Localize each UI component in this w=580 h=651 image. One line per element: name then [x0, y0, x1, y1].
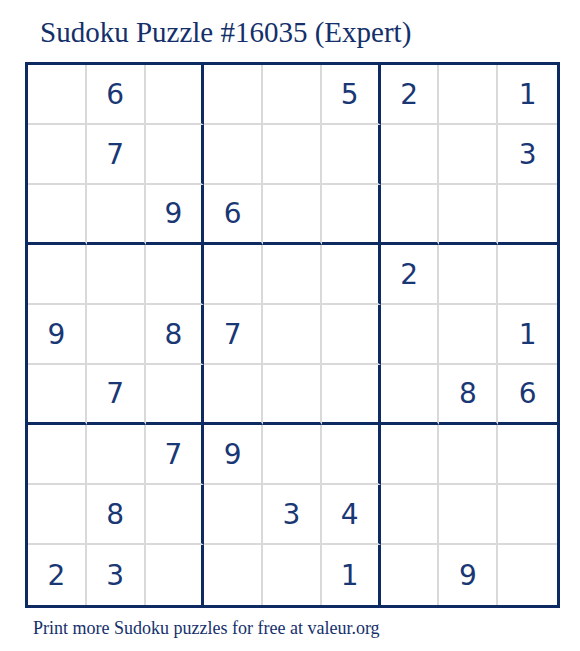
sudoku-cell-r8c9[interactable] — [498, 485, 557, 545]
sudoku-cell-r5c4[interactable]: 7 — [204, 305, 263, 365]
sudoku-cell-r1c3[interactable] — [146, 65, 205, 125]
sudoku-cell-r9c9[interactable] — [498, 545, 557, 605]
sudoku-cell-r9c3[interactable] — [146, 545, 205, 605]
sudoku-cell-r7c8[interactable] — [439, 425, 498, 485]
sudoku-cell-r6c2[interactable]: 7 — [87, 365, 146, 425]
sudoku-cell-r7c9[interactable] — [498, 425, 557, 485]
sudoku-cell-r7c5[interactable] — [263, 425, 322, 485]
sudoku-cell-r9c5[interactable] — [263, 545, 322, 605]
sudoku-cell-r4c9[interactable] — [498, 245, 557, 305]
sudoku-cell-r3c8[interactable] — [439, 185, 498, 245]
sudoku-cell-r9c6[interactable]: 1 — [322, 545, 381, 605]
sudoku-cell-r6c6[interactable] — [322, 365, 381, 425]
sudoku-cell-r8c8[interactable] — [439, 485, 498, 545]
sudoku-cell-r4c7[interactable]: 2 — [381, 245, 440, 305]
sudoku-cell-r6c7[interactable] — [381, 365, 440, 425]
sudoku-board: 6521739629871786798342319 — [25, 62, 560, 608]
sudoku-cell-r8c7[interactable] — [381, 485, 440, 545]
sudoku-cell-r4c6[interactable] — [322, 245, 381, 305]
sudoku-cell-r5c8[interactable] — [439, 305, 498, 365]
sudoku-cell-r5c2[interactable] — [87, 305, 146, 365]
sudoku-cell-r1c2[interactable]: 6 — [87, 65, 146, 125]
sudoku-cell-r8c3[interactable] — [146, 485, 205, 545]
sudoku-cell-r3c7[interactable] — [381, 185, 440, 245]
sudoku-cell-r1c7[interactable]: 2 — [381, 65, 440, 125]
sudoku-cell-r1c5[interactable] — [263, 65, 322, 125]
sudoku-cell-r6c1[interactable] — [28, 365, 87, 425]
sudoku-cell-r9c4[interactable] — [204, 545, 263, 605]
sudoku-cell-r7c6[interactable] — [322, 425, 381, 485]
sudoku-cell-r6c5[interactable] — [263, 365, 322, 425]
sudoku-cell-r4c1[interactable] — [28, 245, 87, 305]
sudoku-cell-r2c8[interactable] — [439, 125, 498, 185]
sudoku-cell-r1c1[interactable] — [28, 65, 87, 125]
sudoku-cell-r6c9[interactable]: 6 — [498, 365, 557, 425]
sudoku-cell-r3c6[interactable] — [322, 185, 381, 245]
sudoku-cell-r3c1[interactable] — [28, 185, 87, 245]
sudoku-cell-r3c3[interactable]: 9 — [146, 185, 205, 245]
sudoku-cell-r6c4[interactable] — [204, 365, 263, 425]
sudoku-cell-r5c6[interactable] — [322, 305, 381, 365]
sudoku-cell-r2c1[interactable] — [28, 125, 87, 185]
sudoku-cell-r2c7[interactable] — [381, 125, 440, 185]
sudoku-cell-r7c4[interactable]: 9 — [204, 425, 263, 485]
sudoku-cell-r5c7[interactable] — [381, 305, 440, 365]
sudoku-cell-r4c3[interactable] — [146, 245, 205, 305]
sudoku-cell-r2c2[interactable]: 7 — [87, 125, 146, 185]
sudoku-cell-r8c4[interactable] — [204, 485, 263, 545]
sudoku-cell-r1c6[interactable]: 5 — [322, 65, 381, 125]
sudoku-cell-r6c8[interactable]: 8 — [439, 365, 498, 425]
sudoku-cell-r4c8[interactable] — [439, 245, 498, 305]
sudoku-cell-r6c3[interactable] — [146, 365, 205, 425]
sudoku-cell-r2c9[interactable]: 3 — [498, 125, 557, 185]
sudoku-cell-r4c5[interactable] — [263, 245, 322, 305]
sudoku-page: Sudoku Puzzle #16035 (Expert) 6521739629… — [0, 0, 580, 651]
sudoku-cell-r5c3[interactable]: 8 — [146, 305, 205, 365]
sudoku-cell-r3c9[interactable] — [498, 185, 557, 245]
sudoku-cell-r9c2[interactable]: 3 — [87, 545, 146, 605]
sudoku-cell-r5c5[interactable] — [263, 305, 322, 365]
sudoku-cell-r7c1[interactable] — [28, 425, 87, 485]
sudoku-cell-r7c2[interactable] — [87, 425, 146, 485]
sudoku-cell-r1c8[interactable] — [439, 65, 498, 125]
sudoku-cell-r2c3[interactable] — [146, 125, 205, 185]
page-title: Sudoku Puzzle #16035 (Expert) — [40, 14, 411, 50]
sudoku-cell-r8c2[interactable]: 8 — [87, 485, 146, 545]
sudoku-cell-r5c9[interactable]: 1 — [498, 305, 557, 365]
sudoku-cell-r3c2[interactable] — [87, 185, 146, 245]
sudoku-cell-r1c4[interactable] — [204, 65, 263, 125]
sudoku-cell-r4c2[interactable] — [87, 245, 146, 305]
sudoku-cell-r8c5[interactable]: 3 — [263, 485, 322, 545]
sudoku-cell-r8c6[interactable]: 4 — [322, 485, 381, 545]
footer-text: Print more Sudoku puzzles for free at va… — [33, 616, 380, 640]
sudoku-cell-r9c7[interactable] — [381, 545, 440, 605]
sudoku-cell-r9c8[interactable]: 9 — [439, 545, 498, 605]
sudoku-cell-r2c6[interactable] — [322, 125, 381, 185]
sudoku-cell-r3c5[interactable] — [263, 185, 322, 245]
sudoku-cell-r2c5[interactable] — [263, 125, 322, 185]
sudoku-cell-r2c4[interactable] — [204, 125, 263, 185]
sudoku-cell-r1c9[interactable]: 1 — [498, 65, 557, 125]
sudoku-cell-r5c1[interactable]: 9 — [28, 305, 87, 365]
sudoku-cell-r7c7[interactable] — [381, 425, 440, 485]
sudoku-cell-r8c1[interactable] — [28, 485, 87, 545]
sudoku-cell-r3c4[interactable]: 6 — [204, 185, 263, 245]
sudoku-cell-r7c3[interactable]: 7 — [146, 425, 205, 485]
sudoku-cell-r4c4[interactable] — [204, 245, 263, 305]
sudoku-cell-r9c1[interactable]: 2 — [28, 545, 87, 605]
